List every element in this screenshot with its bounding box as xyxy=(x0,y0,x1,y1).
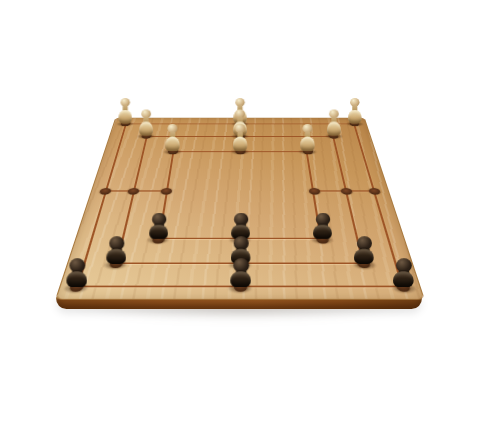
peg-body xyxy=(354,249,374,264)
peg-body xyxy=(119,110,133,124)
white-peg-e5[interactable] xyxy=(300,124,315,151)
black-peg-d3[interactable] xyxy=(231,213,250,240)
peg-body xyxy=(165,137,180,152)
morris-board xyxy=(55,118,425,300)
white-peg-b6[interactable] xyxy=(139,110,153,136)
white-peg-c5[interactable] xyxy=(165,124,180,151)
black-peg-d1[interactable] xyxy=(230,258,251,287)
peg-body xyxy=(313,225,332,239)
white-peg-a7[interactable] xyxy=(119,98,133,124)
black-peg-e3[interactable] xyxy=(313,213,332,240)
peg-body xyxy=(66,271,87,287)
peg-body xyxy=(233,137,248,152)
peg-body xyxy=(348,110,362,124)
peg-body xyxy=(327,122,341,136)
black-peg-f2[interactable] xyxy=(354,236,374,264)
peg-body xyxy=(300,137,315,152)
black-peg-a1[interactable] xyxy=(66,258,87,287)
white-peg-f6[interactable] xyxy=(327,110,341,136)
white-peg-g7[interactable] xyxy=(348,98,362,124)
white-peg-d5[interactable] xyxy=(233,124,248,151)
peg-body xyxy=(393,271,414,287)
board-scene xyxy=(0,0,481,438)
black-peg-g1[interactable] xyxy=(393,258,414,287)
peg-body xyxy=(139,122,153,136)
peg-body xyxy=(230,271,251,287)
black-peg-c3[interactable] xyxy=(149,213,168,240)
peg-body xyxy=(149,225,168,239)
black-peg-b2[interactable] xyxy=(106,236,126,264)
peg-body xyxy=(106,249,126,264)
